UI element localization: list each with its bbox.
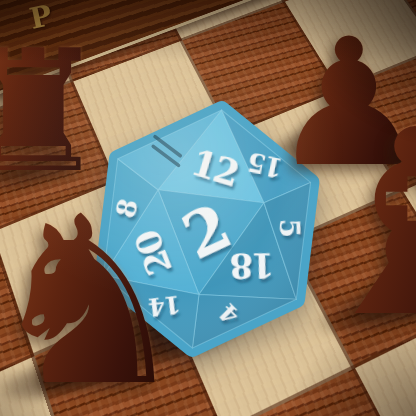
black-knight[interactable]: ♝ xyxy=(300,96,416,352)
chessboard-photo-scene: ♜ ♟ ♝ ♞ xyxy=(0,0,416,416)
black-bishop[interactable]: ♞ xyxy=(0,186,192,416)
